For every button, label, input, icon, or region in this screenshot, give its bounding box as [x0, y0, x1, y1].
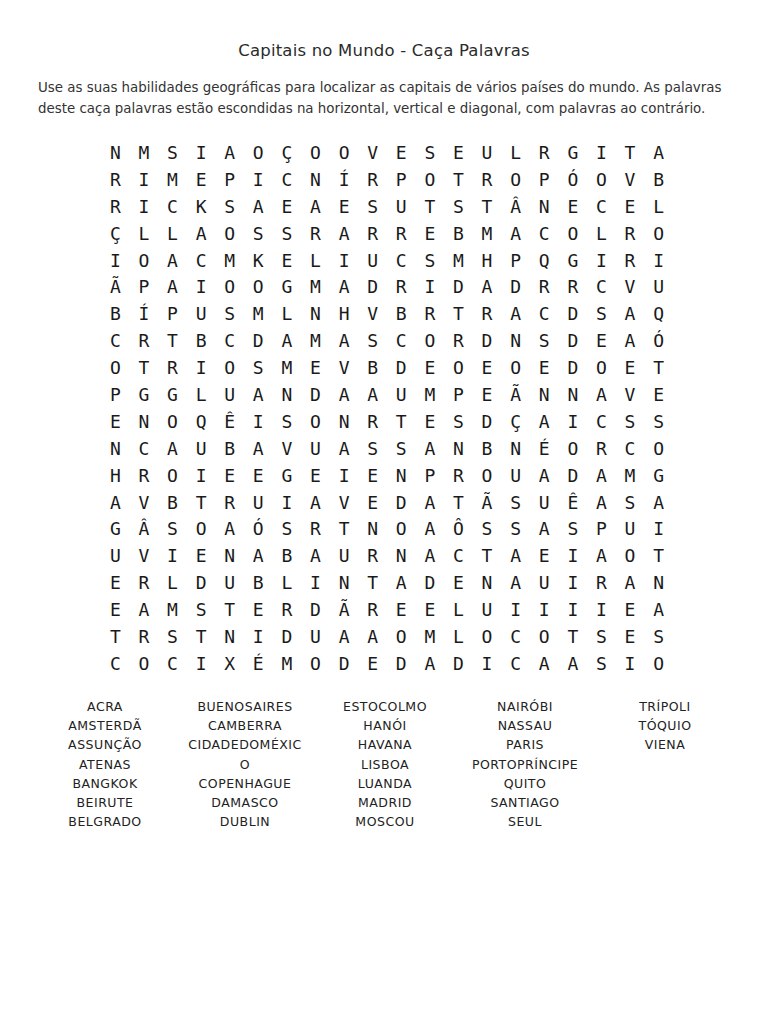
- grid-cell: Ã: [330, 596, 359, 623]
- word-list-entry: PARIS: [455, 735, 595, 754]
- grid-cell: P: [130, 273, 159, 300]
- grid-cell: C: [215, 327, 244, 354]
- grid-cell: D: [273, 623, 302, 650]
- grid-cell: G: [158, 381, 187, 408]
- grid-cell: D: [330, 650, 359, 677]
- grid-cell: I: [273, 489, 302, 516]
- grid-cell: A: [587, 381, 616, 408]
- grid-cell: S: [387, 435, 416, 462]
- grid-cell: E: [358, 650, 387, 677]
- grid-cell: C: [187, 247, 216, 274]
- grid-cell: L: [501, 139, 530, 166]
- grid-cell: C: [444, 542, 473, 569]
- grid-cell: S: [158, 139, 187, 166]
- grid-cell: S: [244, 354, 273, 381]
- word-list-column-2: BUENOSAIRESCAMBERRACIDADEDOMÉXICOCOPENHA…: [175, 697, 315, 831]
- grid-cell: N: [473, 569, 502, 596]
- word-list-entry: SANTIAGO: [455, 793, 595, 812]
- grid-cell: U: [473, 596, 502, 623]
- word-list: ACRAAMSTERDÃASSUNÇÃOATENASBANGKOKBEIRUTE…: [35, 697, 735, 831]
- grid-cell: O: [416, 327, 445, 354]
- grid-cell: U: [358, 247, 387, 274]
- grid-cell: S: [644, 408, 673, 435]
- grid-cell: A: [501, 542, 530, 569]
- grid-cell: D: [473, 408, 502, 435]
- grid-cell: D: [444, 650, 473, 677]
- grid-cell: U: [301, 435, 330, 462]
- grid-cell: A: [158, 273, 187, 300]
- grid-cell: M: [130, 139, 159, 166]
- word-list-entry: ASSUNÇÃO: [35, 735, 175, 754]
- word-list-entry: LISBOA: [315, 755, 455, 774]
- grid-cell: N: [330, 569, 359, 596]
- grid-cell: M: [416, 623, 445, 650]
- grid-cell: D: [473, 327, 502, 354]
- grid-cell: R: [473, 300, 502, 327]
- grid-cell: Ó: [244, 515, 273, 542]
- grid-cell: A: [330, 381, 359, 408]
- grid-cell: E: [530, 354, 559, 381]
- grid-cell: K: [244, 247, 273, 274]
- grid-cell: B: [473, 435, 502, 462]
- grid-cell: U: [501, 462, 530, 489]
- grid-cell: M: [273, 650, 302, 677]
- grid-cell: N: [101, 139, 130, 166]
- grid-cell: T: [473, 542, 502, 569]
- grid-cell: L: [187, 381, 216, 408]
- word-list-entry: BEIRUTE: [35, 793, 175, 812]
- grid-cell: M: [158, 596, 187, 623]
- grid-cell: B: [273, 542, 302, 569]
- grid-cell: I: [559, 542, 588, 569]
- grid-cell: C: [501, 650, 530, 677]
- grid-cell: B: [158, 489, 187, 516]
- grid-cell: A: [416, 489, 445, 516]
- grid-cell: Â: [501, 193, 530, 220]
- grid-cell: N: [559, 381, 588, 408]
- grid-cell: O: [559, 220, 588, 247]
- grid-cell: O: [644, 435, 673, 462]
- grid-cell: R: [387, 273, 416, 300]
- grid-cell: A: [530, 408, 559, 435]
- grid-cell: E: [358, 489, 387, 516]
- grid-cell: V: [616, 381, 645, 408]
- grid-cell: L: [587, 220, 616, 247]
- grid-cell: Q: [530, 247, 559, 274]
- grid-cell: I: [330, 462, 359, 489]
- grid-cell: T: [616, 139, 645, 166]
- grid-cell: E: [616, 623, 645, 650]
- grid-cell: O: [501, 354, 530, 381]
- grid-cell: E: [444, 139, 473, 166]
- grid-cell: Ó: [559, 166, 588, 193]
- word-list-entry: ACRA: [35, 697, 175, 716]
- grid-cell: A: [330, 273, 359, 300]
- grid-cell: E: [559, 193, 588, 220]
- grid-cell: Q: [644, 300, 673, 327]
- grid-cell: D: [387, 354, 416, 381]
- grid-cell: I: [587, 247, 616, 274]
- grid-cell: É: [244, 650, 273, 677]
- grid-cell: Í: [130, 300, 159, 327]
- grid-cell: R: [358, 408, 387, 435]
- grid-cell: E: [244, 462, 273, 489]
- grid-cell: D: [559, 300, 588, 327]
- grid-cell: A: [244, 381, 273, 408]
- grid-cell: E: [473, 354, 502, 381]
- grid-cell: O: [587, 354, 616, 381]
- grid-cell: S: [358, 327, 387, 354]
- grid-cell: S: [501, 489, 530, 516]
- grid-cell: Ç: [101, 220, 130, 247]
- grid-cell: Ç: [273, 139, 302, 166]
- grid-cell: G: [559, 139, 588, 166]
- grid-cell: A: [301, 542, 330, 569]
- grid-cell: P: [158, 300, 187, 327]
- grid-cell: D: [501, 273, 530, 300]
- grid-cell: Ã: [473, 489, 502, 516]
- grid-cell: I: [187, 462, 216, 489]
- grid-cell: L: [273, 300, 302, 327]
- grid-cell: D: [559, 327, 588, 354]
- grid-cell: C: [273, 166, 302, 193]
- grid-cell: V: [273, 435, 302, 462]
- grid-cell: T: [330, 515, 359, 542]
- grid-cell: T: [215, 596, 244, 623]
- grid-cell: S: [358, 193, 387, 220]
- grid-cell: L: [444, 596, 473, 623]
- grid-cell: L: [158, 569, 187, 596]
- grid-cell: N: [644, 569, 673, 596]
- grid-cell: S: [273, 220, 302, 247]
- grid-cell: T: [187, 623, 216, 650]
- grid-cell: R: [530, 273, 559, 300]
- grid-cell: K: [187, 193, 216, 220]
- grid-cell: C: [158, 650, 187, 677]
- grid-cell: O: [215, 220, 244, 247]
- grid-cell: S: [444, 408, 473, 435]
- grid-cell: Â: [130, 515, 159, 542]
- grid-cell: S: [215, 300, 244, 327]
- grid-cell: U: [530, 489, 559, 516]
- grid-cell: D: [301, 381, 330, 408]
- grid-cell: A: [330, 435, 359, 462]
- grid-cell: M: [416, 381, 445, 408]
- grid-cell: U: [187, 435, 216, 462]
- grid-cell: M: [301, 327, 330, 354]
- grid-cell: S: [158, 515, 187, 542]
- grid-cell: H: [101, 462, 130, 489]
- grid-cell: A: [587, 542, 616, 569]
- grid-cell: O: [158, 462, 187, 489]
- grid-cell: D: [187, 569, 216, 596]
- word-search-grid: NMSIAOÇOOVESEULRGITARIMEPICNÍRPOTROPÓOVB…: [101, 139, 673, 677]
- grid-cell: L: [301, 247, 330, 274]
- grid-cell: I: [530, 596, 559, 623]
- grid-cell: L: [158, 220, 187, 247]
- grid-cell: H: [330, 300, 359, 327]
- grid-cell: G: [273, 462, 302, 489]
- grid-cell: P: [101, 381, 130, 408]
- word-list-entry: LUANDA: [315, 774, 455, 793]
- grid-cell: U: [330, 542, 359, 569]
- grid-cell: E: [416, 596, 445, 623]
- grid-cell: Í: [330, 166, 359, 193]
- grid-cell: P: [444, 381, 473, 408]
- grid-cell: C: [130, 435, 159, 462]
- grid-cell: S: [158, 623, 187, 650]
- grid-cell: D: [301, 596, 330, 623]
- grid-cell: R: [473, 166, 502, 193]
- grid-cell: I: [559, 569, 588, 596]
- word-list-entry: DUBLIN: [175, 812, 315, 831]
- grid-cell: E: [616, 193, 645, 220]
- page-title: Capitais no Mundo - Caça Palavras: [0, 41, 768, 60]
- grid-cell: U: [215, 381, 244, 408]
- grid-cell: S: [587, 300, 616, 327]
- grid-cell: G: [644, 462, 673, 489]
- grid-cell: X: [215, 650, 244, 677]
- grid-cell: Ô: [444, 515, 473, 542]
- grid-cell: R: [101, 193, 130, 220]
- grid-cell: B: [644, 166, 673, 193]
- grid-cell: R: [444, 462, 473, 489]
- grid-cell: T: [130, 354, 159, 381]
- grid-cell: S: [644, 623, 673, 650]
- grid-cell: E: [273, 193, 302, 220]
- grid-cell: C: [587, 273, 616, 300]
- grid-cell: O: [158, 408, 187, 435]
- grid-cell: I: [301, 569, 330, 596]
- grid-cell: N: [530, 381, 559, 408]
- grid-cell: N: [301, 166, 330, 193]
- grid-cell: V: [330, 354, 359, 381]
- grid-cell: O: [215, 354, 244, 381]
- grid-cell: C: [587, 408, 616, 435]
- grid-cell: A: [244, 435, 273, 462]
- grid-cell: O: [301, 408, 330, 435]
- grid-cell: A: [416, 650, 445, 677]
- grid-cell: A: [358, 623, 387, 650]
- grid-cell: C: [501, 623, 530, 650]
- grid-cell: C: [101, 650, 130, 677]
- grid-cell: N: [444, 435, 473, 462]
- grid-cell: V: [358, 139, 387, 166]
- grid-cell: I: [501, 596, 530, 623]
- word-list-entry: O: [175, 755, 315, 774]
- grid-cell: D: [244, 327, 273, 354]
- grid-cell: V: [616, 273, 645, 300]
- grid-cell: T: [416, 193, 445, 220]
- grid-cell: I: [644, 515, 673, 542]
- grid-cell: I: [330, 247, 359, 274]
- grid-cell: I: [244, 166, 273, 193]
- grid-cell: A: [158, 247, 187, 274]
- grid-cell: S: [273, 408, 302, 435]
- word-list-entry: BANGKOK: [35, 774, 175, 793]
- grid-cell: A: [244, 542, 273, 569]
- grid-cell: I: [158, 542, 187, 569]
- grid-cell: R: [530, 139, 559, 166]
- grid-cell: E: [187, 166, 216, 193]
- grid-cell: A: [644, 139, 673, 166]
- grid-cell: P: [587, 515, 616, 542]
- grid-cell: A: [501, 300, 530, 327]
- grid-cell: A: [559, 650, 588, 677]
- grid-cell: S: [587, 623, 616, 650]
- grid-cell: B: [187, 327, 216, 354]
- grid-cell: P: [530, 166, 559, 193]
- grid-cell: R: [101, 166, 130, 193]
- grid-cell: E: [187, 542, 216, 569]
- grid-cell: I: [559, 596, 588, 623]
- grid-cell: A: [501, 220, 530, 247]
- grid-cell: E: [330, 193, 359, 220]
- instructions-line-2: deste caça palavras estão escondidas na …: [38, 98, 732, 119]
- grid-cell: S: [616, 408, 645, 435]
- grid-cell: S: [244, 220, 273, 247]
- grid-cell: R: [158, 354, 187, 381]
- grid-cell: A: [273, 327, 302, 354]
- grid-cell: N: [301, 300, 330, 327]
- grid-cell: B: [215, 435, 244, 462]
- grid-cell: A: [330, 327, 359, 354]
- grid-cell: R: [616, 220, 645, 247]
- grid-cell: O: [130, 247, 159, 274]
- grid-cell: U: [387, 381, 416, 408]
- grid-cell: I: [644, 247, 673, 274]
- grid-cell: E: [616, 596, 645, 623]
- grid-cell: U: [187, 300, 216, 327]
- grid-cell: I: [187, 650, 216, 677]
- grid-cell: T: [358, 569, 387, 596]
- grid-cell: N: [501, 327, 530, 354]
- word-list-column-1: ACRAAMSTERDÃASSUNÇÃOATENASBANGKOKBEIRUTE…: [35, 697, 175, 831]
- grid-cell: I: [244, 623, 273, 650]
- grid-cell: O: [130, 650, 159, 677]
- grid-cell: E: [416, 220, 445, 247]
- grid-cell: O: [387, 515, 416, 542]
- grid-cell: C: [158, 193, 187, 220]
- grid-cell: U: [244, 489, 273, 516]
- word-list-entry: CIDADEDOMÉXIC: [175, 735, 315, 754]
- grid-cell: U: [387, 193, 416, 220]
- grid-cell: N: [130, 408, 159, 435]
- grid-cell: S: [444, 193, 473, 220]
- grid-cell: P: [215, 166, 244, 193]
- word-list-entry: ATENAS: [35, 755, 175, 774]
- grid-cell: D: [559, 354, 588, 381]
- grid-cell: O: [473, 623, 502, 650]
- grid-cell: N: [215, 623, 244, 650]
- grid-cell: M: [444, 247, 473, 274]
- grid-cell: P: [387, 166, 416, 193]
- grid-cell: E: [244, 596, 273, 623]
- word-list-entry: COPENHAGUE: [175, 774, 315, 793]
- grid-cell: E: [616, 354, 645, 381]
- grid-cell: B: [358, 354, 387, 381]
- grid-cell: R: [358, 596, 387, 623]
- grid-cell: Ã: [101, 273, 130, 300]
- grid-cell: I: [416, 273, 445, 300]
- grid-cell: E: [215, 462, 244, 489]
- word-list-entry: ESTOCOLMO: [315, 697, 455, 716]
- page: { "game": "word_search", "title": "Capit…: [0, 0, 768, 1024]
- grid-cell: I: [101, 247, 130, 274]
- grid-cell: S: [273, 515, 302, 542]
- grid-cell: U: [301, 623, 330, 650]
- grid-cell: Ê: [215, 408, 244, 435]
- grid-cell: R: [130, 462, 159, 489]
- word-list-entry: NASSAU: [455, 716, 595, 735]
- grid-cell: T: [473, 193, 502, 220]
- grid-cell: I: [559, 408, 588, 435]
- grid-cell: O: [187, 515, 216, 542]
- grid-cell: N: [330, 408, 359, 435]
- grid-cell: S: [501, 515, 530, 542]
- grid-cell: I: [587, 139, 616, 166]
- grid-cell: O: [559, 435, 588, 462]
- word-list-entry: MADRID: [315, 793, 455, 812]
- grid-cell: N: [101, 435, 130, 462]
- grid-cell: E: [416, 354, 445, 381]
- grid-cell: O: [387, 623, 416, 650]
- grid-cell: O: [616, 542, 645, 569]
- grid-cell: D: [416, 569, 445, 596]
- grid-cell: C: [387, 327, 416, 354]
- grid-cell: I: [130, 193, 159, 220]
- grid-cell: P: [416, 462, 445, 489]
- grid-cell: D: [559, 462, 588, 489]
- grid-cell: E: [301, 462, 330, 489]
- grid-cell: B: [387, 300, 416, 327]
- grid-cell: A: [387, 569, 416, 596]
- grid-cell: T: [187, 489, 216, 516]
- instructions: Use as suas habilidades geográficas para…: [38, 77, 732, 119]
- grid-cell: T: [444, 166, 473, 193]
- word-list-column-5: TRÍPOLITÓQUIOVIENA: [595, 697, 735, 755]
- grid-cell: I: [473, 650, 502, 677]
- grid-cell: U: [616, 515, 645, 542]
- grid-cell: B: [101, 300, 130, 327]
- grid-cell: R: [416, 300, 445, 327]
- grid-cell: O: [101, 354, 130, 381]
- grid-cell: G: [130, 381, 159, 408]
- grid-cell: A: [330, 623, 359, 650]
- grid-cell: C: [101, 327, 130, 354]
- grid-cell: S: [530, 327, 559, 354]
- grid-cell: M: [215, 247, 244, 274]
- word-list-entry: BELGRADO: [35, 812, 175, 831]
- grid-cell: N: [387, 462, 416, 489]
- grid-cell: V: [130, 542, 159, 569]
- grid-cell: G: [101, 515, 130, 542]
- word-list-entry: HAVANA: [315, 735, 455, 754]
- grid-cell: Ã: [501, 381, 530, 408]
- grid-cell: I: [187, 139, 216, 166]
- grid-cell: S: [416, 139, 445, 166]
- grid-cell: E: [387, 596, 416, 623]
- grid-cell: O: [416, 166, 445, 193]
- grid-cell: M: [473, 220, 502, 247]
- grid-cell: N: [215, 542, 244, 569]
- grid-cell: A: [416, 435, 445, 462]
- word-list-entry: MOSCOU: [315, 812, 455, 831]
- grid-cell: H: [473, 247, 502, 274]
- grid-cell: E: [301, 354, 330, 381]
- grid-cell: V: [330, 489, 359, 516]
- grid-cell: M: [158, 166, 187, 193]
